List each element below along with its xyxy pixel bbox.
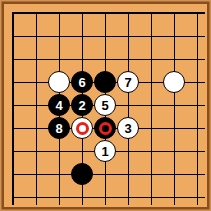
stone-white-move-5: 5 [94,94,116,116]
grid-line-horizontal [12,197,205,198]
stone-white-circled [71,117,93,139]
grid-line-horizontal [12,12,205,14]
red-circle-marker [76,122,89,135]
go-board-diagram: 67425831 [0,0,211,211]
grid-line-horizontal [12,174,205,175]
stone-black-circled [94,117,116,139]
grid-line-vertical [128,12,129,205]
move-number: 2 [78,99,85,112]
move-number: 1 [101,145,108,158]
grid-line-vertical [12,12,14,205]
move-number: 8 [55,122,62,135]
stone-black-move-8: 8 [48,117,70,139]
move-number: 5 [101,99,108,112]
stone-black-move-2: 2 [71,94,93,116]
grid-line-vertical [174,12,175,205]
move-number: 3 [124,122,131,135]
grid-line-vertical [36,12,37,205]
stone-black [71,163,93,185]
red-circle-marker [99,122,112,135]
move-number: 4 [55,99,62,112]
grid-line-horizontal [12,59,205,60]
stone-black-move-6: 6 [71,71,93,93]
move-number: 7 [124,76,131,89]
stone-white-move-1: 1 [94,140,116,162]
stone-white [48,71,70,93]
stone-white-move-3: 3 [117,117,139,139]
move-number: 6 [78,76,85,89]
stone-white [163,71,185,93]
stone-white-move-7: 7 [117,71,139,93]
stone-black [94,71,116,93]
grid-line-horizontal [12,36,205,37]
grid-line-vertical [151,12,152,205]
stone-black-move-4: 4 [48,94,70,116]
grid-line-vertical [197,12,198,205]
